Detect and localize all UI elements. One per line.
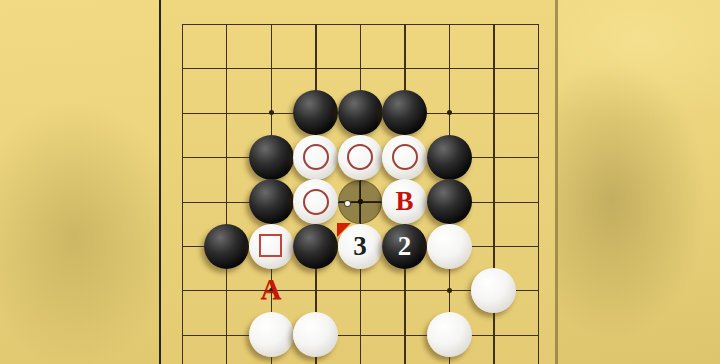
star-point: [269, 110, 274, 115]
cursor-dot: [344, 200, 351, 207]
square-mark: [259, 234, 282, 257]
stone-white-H3: [471, 268, 516, 313]
stone-white-E6: [338, 135, 383, 180]
stone-white-D5: [293, 179, 338, 224]
stone-label-B: B: [382, 179, 427, 224]
stone-white-D2: [293, 312, 338, 357]
circle-mark: [303, 189, 329, 215]
stone-black-E7: [338, 90, 383, 135]
stone-black-D4: [293, 224, 338, 269]
screenshot-frame: B32A: [0, 0, 720, 364]
stone-black-B4: [204, 224, 249, 269]
stone-white-G2: [427, 312, 472, 357]
go-board[interactable]: B32A: [159, 0, 558, 364]
stone-black-F4: 2: [382, 224, 427, 269]
circle-mark: [347, 144, 373, 170]
stone-label-3: 3: [338, 224, 383, 269]
star-point: [447, 288, 452, 293]
circle-mark: [303, 144, 329, 170]
label-A[interactable]: A: [261, 273, 282, 306]
stone-black-C5: [249, 179, 294, 224]
center-point: [358, 199, 363, 204]
stone-white-E4: 3: [338, 224, 383, 269]
stone-label-2: 2: [382, 224, 427, 269]
stone-black-F7: [382, 90, 427, 135]
circle-mark: [392, 144, 418, 170]
stone-black-D7: [293, 90, 338, 135]
stone-white-C4: [249, 224, 294, 269]
preview-stone-E5[interactable]: [338, 180, 382, 224]
stone-black-G5: [427, 179, 472, 224]
stone-white-F5[interactable]: B: [382, 179, 427, 224]
stone-white-F6: [382, 135, 427, 180]
stone-black-G6: [427, 135, 472, 180]
stone-white-D6: [293, 135, 338, 180]
stone-black-C6: [249, 135, 294, 180]
board-stage: B32A: [159, 0, 558, 364]
stone-white-C2: [249, 312, 294, 357]
star-point: [447, 110, 452, 115]
stone-white-G4: [427, 224, 472, 269]
